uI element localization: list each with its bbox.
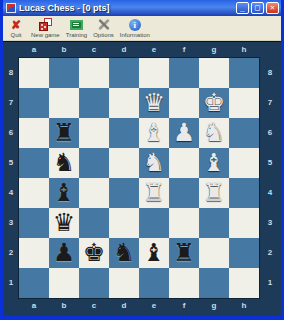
rank-label-6: 6 (3, 118, 19, 148)
square-h6[interactable] (229, 118, 259, 148)
file-label-g: g (199, 42, 229, 58)
square-e6[interactable]: ♝ (139, 118, 169, 148)
square-f7[interactable] (169, 88, 199, 118)
white-knight: ♞ (203, 118, 225, 148)
square-b5[interactable]: ♞ (49, 148, 79, 178)
titlebar[interactable]: Lucas Chess - [0 pts] _ □ ✕ (3, 0, 281, 16)
square-e7[interactable]: ♛ (139, 88, 169, 118)
square-b8[interactable] (49, 58, 79, 88)
square-f1[interactable] (169, 268, 199, 298)
white-bishop: ♝ (143, 118, 165, 148)
square-a1[interactable] (19, 268, 49, 298)
rank-label-1: 1 (3, 268, 19, 298)
info-icon: i (129, 19, 141, 31)
square-c1[interactable] (79, 268, 109, 298)
square-a6[interactable] (19, 118, 49, 148)
square-d7[interactable] (109, 88, 139, 118)
square-b1[interactable] (49, 268, 79, 298)
square-c8[interactable] (79, 58, 109, 88)
file-labels-bottom: abcdefgh (19, 298, 259, 313)
file-label-e: e (139, 298, 169, 314)
black-knight: ♞ (53, 148, 75, 178)
black-king: ♚ (83, 238, 105, 268)
rank-label-6: 6 (259, 118, 281, 148)
file-label-d: d (109, 298, 139, 314)
rank-labels-right: 87654321 (259, 58, 281, 298)
square-d4[interactable] (109, 178, 139, 208)
toolbar: ✘ Quit New game Training (3, 16, 281, 41)
square-g3[interactable] (199, 208, 229, 238)
square-c5[interactable] (79, 148, 109, 178)
square-e1[interactable] (139, 268, 169, 298)
square-d1[interactable] (109, 268, 139, 298)
square-e2[interactable]: ♝ (139, 238, 169, 268)
square-d5[interactable] (109, 148, 139, 178)
white-pawn: ♟ (173, 118, 195, 148)
board-frame: abcdefgh 87654321 ♛♚♜♝♟♞♞♞♝♝♜♜♛♟♚♞♝♜ 876… (3, 41, 281, 316)
rank-label-4: 4 (259, 178, 281, 208)
black-pawn: ♟ (53, 238, 75, 268)
square-a3[interactable] (19, 208, 49, 238)
rank-labels-left: 87654321 (3, 58, 19, 298)
square-d3[interactable] (109, 208, 139, 238)
options-label: Options (93, 32, 114, 38)
square-c2[interactable]: ♚ (79, 238, 109, 268)
square-h4[interactable] (229, 178, 259, 208)
tools-icon (97, 18, 110, 31)
rank-label-3: 3 (3, 208, 19, 238)
file-label-c: c (79, 298, 109, 314)
square-b6[interactable]: ♜ (49, 118, 79, 148)
file-label-c: c (79, 42, 109, 58)
square-g6[interactable]: ♞ (199, 118, 229, 148)
square-e4[interactable]: ♜ (139, 178, 169, 208)
window-title: Lucas Chess - [0 pts] (19, 3, 236, 13)
black-knight: ♞ (113, 238, 135, 268)
square-g8[interactable] (199, 58, 229, 88)
square-h8[interactable] (229, 58, 259, 88)
square-a8[interactable] (19, 58, 49, 88)
black-rook: ♜ (173, 238, 195, 268)
square-b7[interactable] (49, 88, 79, 118)
square-e8[interactable] (139, 58, 169, 88)
square-d8[interactable] (109, 58, 139, 88)
white-king: ♚ (203, 88, 225, 118)
white-bishop: ♝ (203, 148, 225, 178)
app-window: Lucas Chess - [0 pts] _ □ ✕ ✘ Quit (0, 0, 284, 320)
file-label-b: b (49, 42, 79, 58)
rank-label-5: 5 (3, 148, 19, 178)
information-label: Information (120, 32, 150, 38)
file-label-h: h (229, 298, 259, 314)
black-queen: ♛ (53, 208, 75, 238)
options-button[interactable]: Options (93, 18, 114, 38)
quit-icon: ✘ (11, 19, 21, 31)
rank-label-4: 4 (3, 178, 19, 208)
file-labels-top: abcdefgh (19, 42, 259, 58)
square-f4[interactable] (169, 178, 199, 208)
file-label-g: g (199, 298, 229, 314)
rank-label-1: 1 (259, 268, 281, 298)
black-bishop: ♝ (143, 238, 165, 268)
square-g5[interactable]: ♝ (199, 148, 229, 178)
square-f2[interactable]: ♜ (169, 238, 199, 268)
training-label: Training (66, 32, 87, 38)
square-c4[interactable] (79, 178, 109, 208)
square-f6[interactable]: ♟ (169, 118, 199, 148)
square-g2[interactable] (199, 238, 229, 268)
black-rook: ♜ (53, 118, 75, 148)
square-c7[interactable] (79, 88, 109, 118)
square-b2[interactable]: ♟ (49, 238, 79, 268)
square-a7[interactable] (19, 88, 49, 118)
square-b4[interactable]: ♝ (49, 178, 79, 208)
quit-label: Quit (10, 32, 21, 38)
square-h7[interactable] (229, 88, 259, 118)
square-h5[interactable] (229, 148, 259, 178)
rank-label-7: 7 (259, 88, 281, 118)
minimize-button[interactable]: _ (236, 2, 249, 14)
close-button[interactable]: ✕ (266, 2, 279, 14)
white-queen: ♛ (143, 88, 165, 118)
square-e5[interactable]: ♞ (139, 148, 169, 178)
file-label-a: a (19, 42, 49, 58)
square-d2[interactable]: ♞ (109, 238, 139, 268)
quit-button[interactable]: ✘ Quit (7, 18, 25, 38)
training-button[interactable]: Training (66, 18, 87, 38)
square-c6[interactable] (79, 118, 109, 148)
square-h3[interactable] (229, 208, 259, 238)
white-rook: ♜ (143, 178, 165, 208)
rank-label-7: 7 (3, 88, 19, 118)
square-e3[interactable] (139, 208, 169, 238)
square-g7[interactable]: ♚ (199, 88, 229, 118)
file-label-b: b (49, 298, 79, 314)
rank-label-2: 2 (3, 238, 19, 268)
square-f8[interactable] (169, 58, 199, 88)
file-label-a: a (19, 298, 49, 314)
square-h2[interactable] (229, 238, 259, 268)
file-label-e: e (139, 42, 169, 58)
information-button[interactable]: i Information (120, 18, 150, 38)
chess-board[interactable]: ♛♚♜♝♟♞♞♞♝♝♜♜♛♟♚♞♝♜ (19, 58, 259, 298)
file-label-d: d (109, 42, 139, 58)
square-f5[interactable] (169, 148, 199, 178)
maximize-button[interactable]: □ (251, 2, 264, 14)
square-a2[interactable] (19, 238, 49, 268)
rank-label-3: 3 (259, 208, 281, 238)
white-rook: ♜ (203, 178, 225, 208)
file-label-h: h (229, 42, 259, 58)
square-a4[interactable] (19, 178, 49, 208)
square-b3[interactable]: ♛ (49, 208, 79, 238)
rank-label-5: 5 (259, 148, 281, 178)
square-d6[interactable] (109, 118, 139, 148)
square-a5[interactable] (19, 148, 49, 178)
black-bishop: ♝ (53, 178, 75, 208)
square-c3[interactable] (79, 208, 109, 238)
square-h1[interactable] (229, 268, 259, 298)
square-g4[interactable]: ♜ (199, 178, 229, 208)
dice-icon (39, 18, 52, 31)
rank-label-8: 8 (3, 58, 19, 88)
file-label-f: f (169, 298, 199, 314)
white-knight: ♞ (143, 148, 165, 178)
rank-label-8: 8 (259, 58, 281, 88)
new-game-label: New game (31, 32, 60, 38)
new-game-button[interactable]: New game (31, 18, 60, 38)
app-icon (6, 3, 16, 13)
rank-label-2: 2 (259, 238, 281, 268)
square-g1[interactable] (199, 268, 229, 298)
square-f3[interactable] (169, 208, 199, 238)
chalkboard-icon (70, 20, 83, 30)
file-label-f: f (169, 42, 199, 58)
